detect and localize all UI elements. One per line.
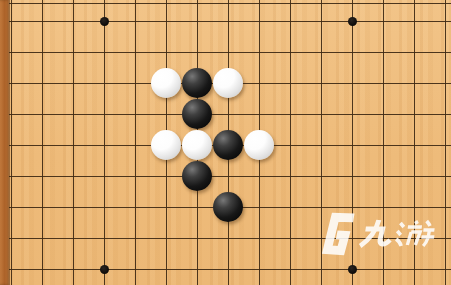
grid-line-vertical bbox=[383, 0, 384, 285]
grid-line-vertical bbox=[135, 0, 136, 285]
grid-line-horizontal bbox=[9, 176, 451, 177]
grid-line-vertical bbox=[290, 0, 291, 285]
stone-white-G8[interactable] bbox=[182, 130, 212, 160]
grid-line-vertical bbox=[73, 0, 74, 285]
stone-white-I8[interactable] bbox=[244, 130, 274, 160]
star-point-D12 bbox=[100, 265, 109, 274]
grid-line-horizontal bbox=[9, 52, 451, 53]
grid-line-vertical bbox=[352, 0, 353, 285]
stone-black-G7[interactable] bbox=[182, 99, 212, 129]
grid-line-horizontal bbox=[9, 238, 451, 239]
goban-board[interactable] bbox=[0, 0, 451, 285]
grid-line-vertical bbox=[104, 0, 105, 285]
star-point-L12 bbox=[348, 265, 357, 274]
grid-line-horizontal bbox=[9, 114, 451, 115]
grid-line-horizontal-partial bbox=[9, 3, 451, 4]
star-point-L4 bbox=[348, 17, 357, 26]
grid-line-vertical bbox=[321, 0, 322, 285]
stone-black-G6[interactable] bbox=[182, 68, 212, 98]
grid-line-horizontal bbox=[9, 21, 451, 22]
grid-line-vertical bbox=[445, 0, 446, 285]
grid-line-vertical bbox=[42, 0, 43, 285]
stone-white-F6[interactable] bbox=[151, 68, 181, 98]
screenshot: 九游 bbox=[0, 0, 451, 285]
stone-white-F8[interactable] bbox=[151, 130, 181, 160]
stone-black-H8[interactable] bbox=[213, 130, 243, 160]
grid-line-horizontal bbox=[9, 269, 451, 270]
star-point-D4 bbox=[100, 17, 109, 26]
grid-line-vertical bbox=[11, 0, 12, 285]
grid-line-vertical bbox=[414, 0, 415, 285]
stone-black-H10[interactable] bbox=[213, 192, 243, 222]
stone-white-H6[interactable] bbox=[213, 68, 243, 98]
stone-black-G9[interactable] bbox=[182, 161, 212, 191]
